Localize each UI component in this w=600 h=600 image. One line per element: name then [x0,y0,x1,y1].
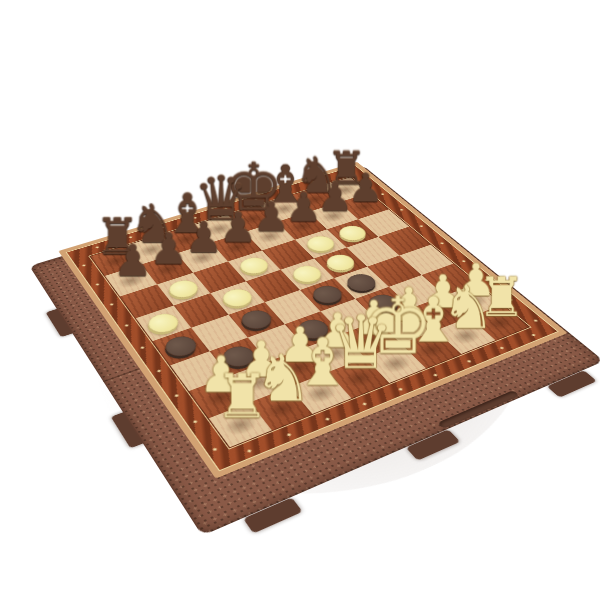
chess-board: ♜♞♝♛♚♝♞♜♟♟♟♟♟♟♟♟♟♟♟♟♟♟♟♟♜♞♝♛♚♝♞♜ [58,162,568,479]
case-foot [46,307,78,337]
photo-scene: ♜♞♝♛♚♝♞♜♟♟♟♟♟♟♟♟♟♟♟♟♟♟♟♟♜♞♝♛♚♝♞♜ [0,0,600,600]
case-foot [547,370,597,397]
white-rook-icon: ♜ [202,366,282,427]
product-photo: ♜♞♝♛♚♝♞♜♟♟♟♟♟♟♟♟♟♟♟♟♟♟♟♟♜♞♝♛♚♝♞♜ [0,0,600,600]
case-foot [244,497,303,533]
